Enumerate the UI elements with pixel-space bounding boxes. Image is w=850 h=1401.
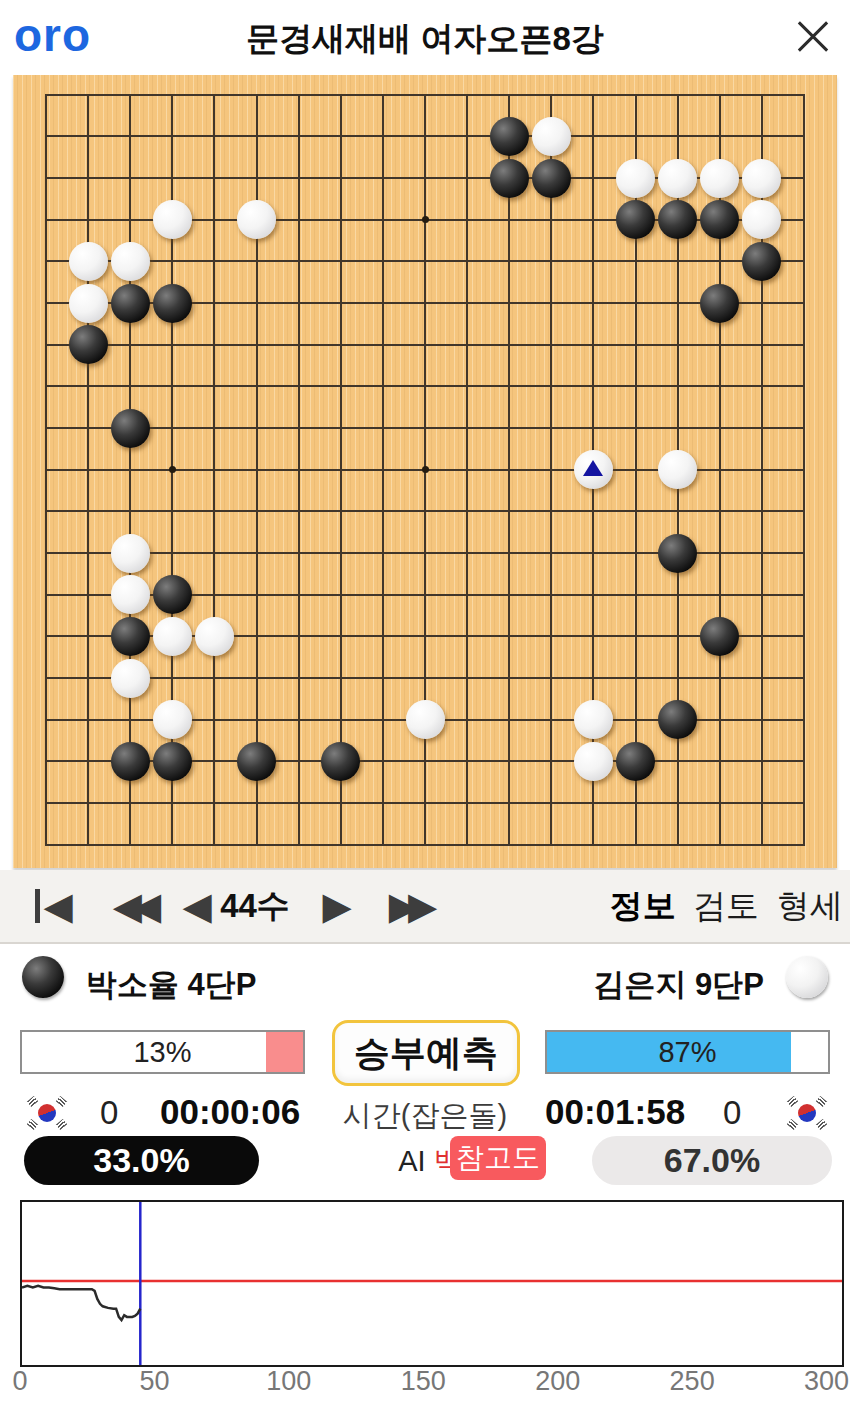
board-point-M17 — [488, 157, 530, 199]
board-point-S1 — [741, 824, 783, 866]
board-point-O16 — [572, 199, 614, 241]
board-point-A5 — [25, 657, 67, 699]
board-point-O5 — [572, 657, 614, 699]
board-point-J5 — [362, 657, 404, 699]
board-point-R14 — [699, 282, 741, 324]
black-stone — [490, 159, 529, 198]
board-point-L15 — [446, 241, 488, 283]
board-point-D1 — [151, 824, 193, 866]
board-point-M9 — [488, 491, 530, 533]
board-point-K8 — [404, 532, 446, 574]
board-point-H7 — [320, 574, 362, 616]
header: oro 문경새재배 여자오픈8강 — [0, 0, 850, 75]
board-point-T10 — [783, 449, 825, 491]
board-point-P11 — [615, 407, 657, 449]
board-point-O9 — [572, 491, 614, 533]
board-point-L9 — [446, 491, 488, 533]
board-point-C4 — [109, 699, 151, 741]
black-stone — [616, 742, 655, 781]
board-point-G15 — [278, 241, 320, 283]
board-point-J17 — [362, 157, 404, 199]
board-point-L2 — [446, 782, 488, 824]
board-point-N6 — [530, 616, 572, 658]
board-point-E14 — [193, 282, 235, 324]
black-stone — [321, 742, 360, 781]
board-point-O17 — [572, 157, 614, 199]
board-point-D10 — [151, 449, 193, 491]
board-point-K4 — [404, 699, 446, 741]
board-point-A10 — [25, 449, 67, 491]
board-point-N16 — [530, 199, 572, 241]
board-point-J9 — [362, 491, 404, 533]
tab-position-analysis[interactable]: 형세 — [777, 870, 843, 942]
board-point-A13 — [25, 324, 67, 366]
board-point-A9 — [25, 491, 67, 533]
board-point-D2 — [151, 782, 193, 824]
board-point-G4 — [278, 699, 320, 741]
board-point-S4 — [741, 699, 783, 741]
board-point-L10 — [446, 449, 488, 491]
board-point-S8 — [741, 532, 783, 574]
page-title: 문경새재배 여자오픈8강 — [0, 17, 850, 62]
board-point-P18 — [615, 116, 657, 158]
board-point-T8 — [783, 532, 825, 574]
x-tick-150: 150 — [393, 1366, 453, 1397]
board-point-D19 — [151, 74, 193, 116]
board-point-D5 — [151, 657, 193, 699]
white-stone — [195, 617, 234, 656]
white-player-stone-icon — [786, 956, 828, 998]
board-point-Q7 — [657, 574, 699, 616]
board-point-K9 — [404, 491, 446, 533]
board-point-K2 — [404, 782, 446, 824]
white-player-name: 김은지 9단P — [593, 964, 764, 1006]
board-point-C6 — [109, 616, 151, 658]
board-point-D15 — [151, 241, 193, 283]
board-point-R15 — [699, 241, 741, 283]
move-counter: 44수 — [210, 870, 300, 942]
board-point-S16 — [741, 199, 783, 241]
board-point-R10 — [699, 449, 741, 491]
tab-review[interactable]: 검토 — [693, 870, 759, 942]
board-point-N17 — [530, 157, 572, 199]
board-point-C19 — [109, 74, 151, 116]
board-point-C14 — [109, 282, 151, 324]
black-stone — [153, 284, 192, 323]
board-point-J12 — [362, 366, 404, 408]
white-stone — [406, 700, 445, 739]
board-point-B18 — [67, 116, 109, 158]
board-point-C10 — [109, 449, 151, 491]
board-point-L4 — [446, 699, 488, 741]
white-territory-estimate: 67.0% — [592, 1136, 832, 1185]
board-point-N18 — [530, 116, 572, 158]
board-point-G8 — [278, 532, 320, 574]
black-stone — [111, 617, 150, 656]
ai-evaluation: AI 백+1.6 — [0, 1142, 520, 1182]
rewind-icon: ◀◀ — [113, 884, 151, 928]
board-point-M5 — [488, 657, 530, 699]
move-navigation-bar: ◀ ◀◀ ◀ 44수 ▶ ▶▶ 정보 검토 형세 — [0, 870, 850, 944]
board-point-M12 — [488, 366, 530, 408]
board-point-P7 — [615, 574, 657, 616]
white-clock: 00:01:58 — [545, 1092, 685, 1132]
board-point-M15 — [488, 241, 530, 283]
board-point-J15 — [362, 241, 404, 283]
board-point-D8 — [151, 532, 193, 574]
go-board — [13, 75, 837, 868]
board-point-K14 — [404, 282, 446, 324]
board-point-R4 — [699, 699, 741, 741]
black-stone — [700, 284, 739, 323]
board-point-P9 — [615, 491, 657, 533]
board-point-F14 — [236, 282, 278, 324]
board-point-G17 — [278, 157, 320, 199]
board-point-P17 — [615, 157, 657, 199]
board-point-T4 — [783, 699, 825, 741]
board-point-E19 — [193, 74, 235, 116]
board-point-O13 — [572, 324, 614, 366]
board-point-L16 — [446, 199, 488, 241]
board-point-S2 — [741, 782, 783, 824]
black-stone — [111, 284, 150, 323]
board-point-B13 — [67, 324, 109, 366]
board-point-P2 — [615, 782, 657, 824]
board-point-Q6 — [657, 616, 699, 658]
board-point-K19 — [404, 74, 446, 116]
board-point-J1 — [362, 824, 404, 866]
board-point-R17 — [699, 157, 741, 199]
board-point-B3 — [67, 741, 109, 783]
board-point-P3 — [615, 741, 657, 783]
board-point-M4 — [488, 699, 530, 741]
board-point-G12 — [278, 366, 320, 408]
board-point-H14 — [320, 282, 362, 324]
board-point-A2 — [25, 782, 67, 824]
board-point-E4 — [193, 699, 235, 741]
board-point-C8 — [109, 532, 151, 574]
board-point-G9 — [278, 491, 320, 533]
board-point-Q14 — [657, 282, 699, 324]
board-point-M1 — [488, 824, 530, 866]
board-point-L11 — [446, 407, 488, 449]
board-point-G16 — [278, 199, 320, 241]
board-point-O15 — [572, 241, 614, 283]
ai-label: AI — [398, 1145, 425, 1177]
board-point-L5 — [446, 657, 488, 699]
board-point-H3 — [320, 741, 362, 783]
board-point-R2 — [699, 782, 741, 824]
black-stone — [153, 742, 192, 781]
board-point-T3 — [783, 741, 825, 783]
board-point-M18 — [488, 116, 530, 158]
board-point-A14 — [25, 282, 67, 324]
board-point-Q8 — [657, 532, 699, 574]
board-point-Q11 — [657, 407, 699, 449]
board-point-S3 — [741, 741, 783, 783]
black-stone — [111, 409, 150, 448]
board-point-A8 — [25, 532, 67, 574]
white-stone — [111, 242, 150, 281]
back-10-moves-button[interactable]: ◀◀ — [92, 870, 182, 942]
board-point-H4 — [320, 699, 362, 741]
board-point-K12 — [404, 366, 446, 408]
board-point-F3 — [236, 741, 278, 783]
win-prediction-button[interactable]: 승부예측 — [332, 1020, 520, 1086]
board-point-C17 — [109, 157, 151, 199]
board-point-B17 — [67, 157, 109, 199]
board-point-D18 — [151, 116, 193, 158]
board-point-C16 — [109, 199, 151, 241]
board-point-J16 — [362, 199, 404, 241]
board-point-E11 — [193, 407, 235, 449]
board-point-B19 — [67, 74, 109, 116]
board-point-D12 — [151, 366, 193, 408]
board-point-B14 — [67, 282, 109, 324]
black-stone — [658, 534, 697, 573]
black-stone — [700, 200, 739, 239]
board-point-E18 — [193, 116, 235, 158]
forward-10-moves-button[interactable]: ▶▶ — [368, 870, 458, 942]
board-point-J7 — [362, 574, 404, 616]
board-point-Q10 — [657, 449, 699, 491]
board-point-K16 — [404, 199, 446, 241]
board-point-G13 — [278, 324, 320, 366]
board-point-F10 — [236, 449, 278, 491]
board-point-P16 — [615, 199, 657, 241]
last-move-triangle-marker — [583, 460, 603, 476]
board-point-P13 — [615, 324, 657, 366]
board-point-M10 — [488, 449, 530, 491]
board-point-C15 — [109, 241, 151, 283]
next-move-button[interactable]: ▶ — [312, 870, 362, 942]
board-point-M11 — [488, 407, 530, 449]
board-point-N13 — [530, 324, 572, 366]
board-point-H8 — [320, 532, 362, 574]
board-point-A11 — [25, 407, 67, 449]
board-point-C12 — [109, 366, 151, 408]
board-point-P4 — [615, 699, 657, 741]
board-point-T13 — [783, 324, 825, 366]
board-point-D11 — [151, 407, 193, 449]
board-point-Q3 — [657, 741, 699, 783]
board-point-T9 — [783, 491, 825, 533]
board-point-F2 — [236, 782, 278, 824]
board-point-G5 — [278, 657, 320, 699]
board-point-O7 — [572, 574, 614, 616]
board-point-B2 — [67, 782, 109, 824]
go-to-start-button[interactable]: ◀ — [24, 870, 84, 942]
board-point-H15 — [320, 241, 362, 283]
board-point-O14 — [572, 282, 614, 324]
board-point-H1 — [320, 824, 362, 866]
board-point-J8 — [362, 532, 404, 574]
board-point-J3 — [362, 741, 404, 783]
board-point-E17 — [193, 157, 235, 199]
white-captures-count: 0 — [723, 1094, 741, 1132]
board-point-E15 — [193, 241, 235, 283]
reference-diagram-button[interactable]: 참고도 — [450, 1136, 546, 1180]
x-tick-200: 200 — [528, 1366, 588, 1397]
black-stone — [700, 617, 739, 656]
board-point-E9 — [193, 491, 235, 533]
board-point-T18 — [783, 116, 825, 158]
board-point-E13 — [193, 324, 235, 366]
board-point-O8 — [572, 532, 614, 574]
board-point-Q9 — [657, 491, 699, 533]
board-point-A17 — [25, 157, 67, 199]
board-point-G18 — [278, 116, 320, 158]
board-point-L7 — [446, 574, 488, 616]
board-point-C5 — [109, 657, 151, 699]
board-point-P6 — [615, 616, 657, 658]
board-point-R18 — [699, 116, 741, 158]
board-point-C18 — [109, 116, 151, 158]
board-point-T2 — [783, 782, 825, 824]
board-point-E3 — [193, 741, 235, 783]
white-stone — [574, 742, 613, 781]
board-point-N2 — [530, 782, 572, 824]
board-point-N9 — [530, 491, 572, 533]
board-point-H9 — [320, 491, 362, 533]
board-point-G2 — [278, 782, 320, 824]
board-point-O6 — [572, 616, 614, 658]
board-point-T16 — [783, 199, 825, 241]
board-point-K10 — [404, 449, 446, 491]
black-stone — [490, 117, 529, 156]
board-point-F9 — [236, 491, 278, 533]
board-point-J6 — [362, 616, 404, 658]
board-point-L17 — [446, 157, 488, 199]
board-point-S14 — [741, 282, 783, 324]
board-point-F6 — [236, 616, 278, 658]
board-point-S6 — [741, 616, 783, 658]
white-stone — [742, 159, 781, 198]
board-point-K17 — [404, 157, 446, 199]
board-point-N5 — [530, 657, 572, 699]
board-point-R16 — [699, 199, 741, 241]
board-point-D7 — [151, 574, 193, 616]
board-point-Q2 — [657, 782, 699, 824]
board-point-C7 — [109, 574, 151, 616]
board-point-N8 — [530, 532, 572, 574]
black-stone — [658, 700, 697, 739]
white-stone — [153, 700, 192, 739]
board-point-J11 — [362, 407, 404, 449]
board-grid — [25, 74, 825, 865]
board-point-P10 — [615, 449, 657, 491]
board-point-S10 — [741, 449, 783, 491]
board-point-A19 — [25, 74, 67, 116]
board-point-H6 — [320, 616, 362, 658]
board-point-B9 — [67, 491, 109, 533]
board-point-O18 — [572, 116, 614, 158]
board-point-S5 — [741, 657, 783, 699]
board-point-C11 — [109, 407, 151, 449]
prev-icon: ◀ — [182, 884, 211, 928]
board-point-S15 — [741, 241, 783, 283]
board-point-R5 — [699, 657, 741, 699]
black-stone — [69, 325, 108, 364]
board-point-Q4 — [657, 699, 699, 741]
board-point-A7 — [25, 574, 67, 616]
board-point-H10 — [320, 449, 362, 491]
white-winrate-label: 87% — [547, 1032, 828, 1072]
board-point-R8 — [699, 532, 741, 574]
board-point-N10 — [530, 449, 572, 491]
board-point-B12 — [67, 366, 109, 408]
board-point-L13 — [446, 324, 488, 366]
x-tick-50: 50 — [124, 1366, 184, 1397]
board-point-K11 — [404, 407, 446, 449]
board-point-H12 — [320, 366, 362, 408]
board-point-T14 — [783, 282, 825, 324]
board-point-N3 — [530, 741, 572, 783]
board-point-F17 — [236, 157, 278, 199]
board-point-J18 — [362, 116, 404, 158]
tab-info[interactable]: 정보 — [610, 870, 676, 942]
board-point-S18 — [741, 116, 783, 158]
board-point-J19 — [362, 74, 404, 116]
board-point-T11 — [783, 407, 825, 449]
board-point-E10 — [193, 449, 235, 491]
board-point-M19 — [488, 74, 530, 116]
board-point-K1 — [404, 824, 446, 866]
board-point-A1 — [25, 824, 67, 866]
board-point-P14 — [615, 282, 657, 324]
board-point-R7 — [699, 574, 741, 616]
board-point-L3 — [446, 741, 488, 783]
board-point-Q5 — [657, 657, 699, 699]
board-point-C1 — [109, 824, 151, 866]
board-point-M14 — [488, 282, 530, 324]
board-point-S19 — [741, 74, 783, 116]
board-point-G11 — [278, 407, 320, 449]
board-point-L19 — [446, 74, 488, 116]
board-point-P15 — [615, 241, 657, 283]
board-point-H13 — [320, 324, 362, 366]
black-player-name: 박소율 4단P — [86, 964, 257, 1006]
board-point-L12 — [446, 366, 488, 408]
board-point-D3 — [151, 741, 193, 783]
board-point-B15 — [67, 241, 109, 283]
board-point-L18 — [446, 116, 488, 158]
board-point-K5 — [404, 657, 446, 699]
board-point-N19 — [530, 74, 572, 116]
board-point-G10 — [278, 449, 320, 491]
white-stone — [153, 617, 192, 656]
board-point-H19 — [320, 74, 362, 116]
x-tick-0: 0 — [0, 1366, 50, 1397]
board-point-N7 — [530, 574, 572, 616]
board-point-A4 — [25, 699, 67, 741]
board-point-M6 — [488, 616, 530, 658]
close-icon[interactable] — [790, 14, 836, 60]
board-point-H5 — [320, 657, 362, 699]
board-point-R1 — [699, 824, 741, 866]
board-point-B1 — [67, 824, 109, 866]
board-point-M3 — [488, 741, 530, 783]
board-point-H2 — [320, 782, 362, 824]
board-point-R12 — [699, 366, 741, 408]
board-point-B16 — [67, 199, 109, 241]
black-stone — [111, 742, 150, 781]
board-point-D17 — [151, 157, 193, 199]
board-point-G1 — [278, 824, 320, 866]
board-point-E7 — [193, 574, 235, 616]
x-tick-300: 300 — [797, 1366, 850, 1397]
board-point-P1 — [615, 824, 657, 866]
